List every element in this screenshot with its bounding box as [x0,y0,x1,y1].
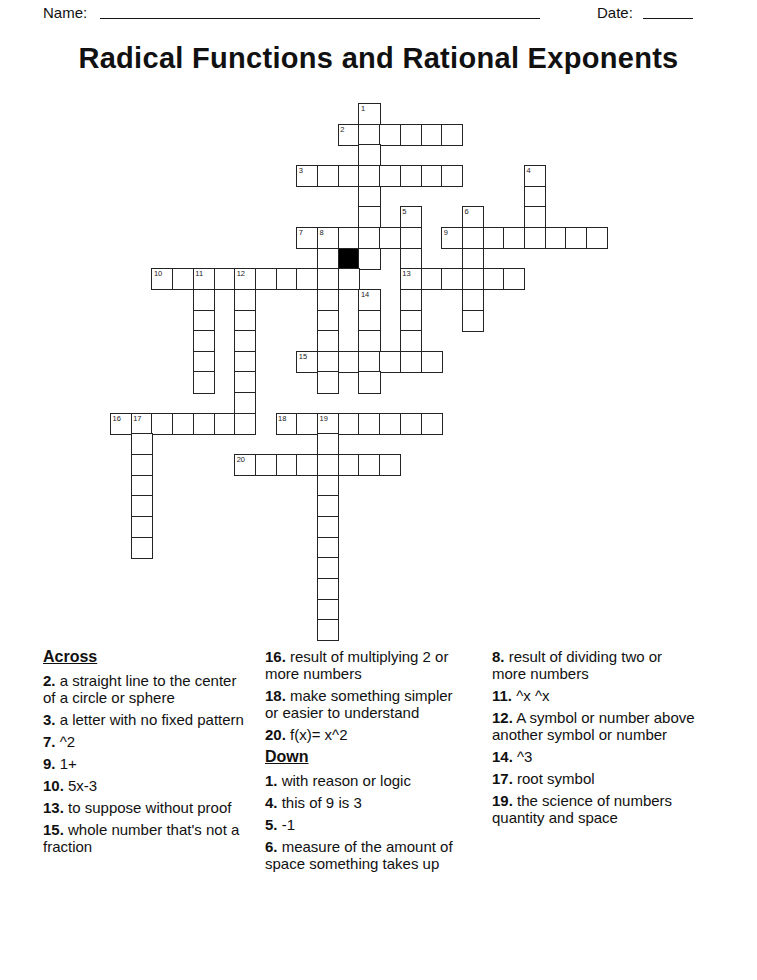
cell-number-5: 5 [402,208,406,216]
clue-header-across: Across [43,648,248,666]
grid-cell-c22-r6[interactable] [565,227,587,249]
grid-cell-c8-r17[interactable] [276,454,298,476]
grid-cell-c10-r24[interactable] [317,599,339,621]
clue-down-17: 17. root symbol [492,770,697,787]
grid-cell-c21-r6[interactable] [545,227,567,249]
clue-across-13: 13. to suppose without proof [43,799,248,816]
cell-number-16: 16 [113,415,121,423]
grid-cell-c1-r18[interactable] [131,475,153,497]
grid-cell-c2-r15[interactable] [151,413,173,435]
grid-cell-c20-r4[interactable] [524,186,546,208]
grid-cell-c12-r6[interactable] [358,227,380,249]
grid-cell-c10-r13[interactable] [317,371,339,393]
grid-cell-c12-r7[interactable] [358,248,380,270]
grid-cell-c20-r5[interactable] [524,206,546,228]
clue-down-4: 4. this of 9 is 3 [265,794,470,811]
grid-cell-c17-r8[interactable] [462,268,484,290]
grid-cell-c1-r16[interactable] [131,433,153,455]
grid-cell-c6-r10[interactable] [234,310,256,332]
grid-cell-c13-r12[interactable] [379,351,401,373]
cell-number-15: 15 [299,353,307,361]
clue-across-10: 10. 5x-3 [43,777,248,794]
grid-cell-c10-r21[interactable] [317,537,339,559]
grid-cell-c14-r3[interactable] [400,165,422,187]
grid-cell-c12-r10[interactable] [358,310,380,332]
crossword-grid[interactable]: 1234567891011121314151617181920 [110,103,609,645]
grid-cell-c10-r22[interactable] [317,557,339,579]
clue-down-8: 8. result of dividing two or more number… [492,648,697,682]
grid-cell-c18-r8[interactable] [483,268,505,290]
grid-cell-c15-r1[interactable] [421,124,443,146]
grid-cell-c16-r1[interactable] [441,124,463,146]
clue-across-20: 20. f(x)= x^2 [265,726,470,743]
grid-cell-c12-r1[interactable] [358,124,380,146]
grid-cell-c6-r11[interactable] [234,330,256,352]
grid-cell-c1-r21[interactable] [131,537,153,559]
cell-number-13: 13 [402,270,410,278]
cell-number-7: 7 [299,229,303,237]
grid-cell-c10-r20[interactable] [317,516,339,538]
clue-across-18: 18. make something simpler or easier to … [265,687,470,721]
grid-cell-c6-r12[interactable] [234,351,256,373]
grid-cell-c1-r20[interactable] [131,516,153,538]
worksheet-page: Name: Date: Radical Functions and Ration… [0,0,757,980]
grid-cell-c17-r7[interactable] [462,248,484,270]
grid-cell-c11-r6[interactable] [338,227,360,249]
date-label: Date: [597,4,633,21]
grid-cell-c4-r10[interactable] [193,310,215,332]
clue-across-15: 15. whole number that's not a fraction [43,821,248,855]
grid-cell-c10-r25[interactable] [317,619,339,641]
grid-cell-c6-r15[interactable] [234,413,256,435]
grid-cell-c10-r3[interactable] [317,165,339,187]
cell-number-19: 19 [320,415,328,423]
grid-cell-c15-r12[interactable] [421,351,443,373]
grid-cell-c16-r8[interactable] [441,268,463,290]
grid-cell-c23-r6[interactable] [586,227,608,249]
grid-cell-c12-r5[interactable] [358,206,380,228]
grid-cell-c19-r6[interactable] [503,227,525,249]
grid-cell-c13-r17[interactable] [379,454,401,476]
grid-cell-c12-r3[interactable] [358,165,380,187]
clue-across-16: 16. result of multiplying 2 or more numb… [265,648,470,682]
grid-cell-c20-r6[interactable] [524,227,546,249]
clue-across-7: 7. ^2 [43,733,248,750]
grid-cell-c16-r3[interactable] [441,165,463,187]
cell-number-11: 11 [195,270,203,278]
grid-cell-c13-r6[interactable] [379,227,401,249]
clue-down-1: 1. with reason or logic [265,772,470,789]
grid-cell-c6-r9[interactable] [234,289,256,311]
clue-down-6: 6. measure of the amount of space someth… [265,838,470,872]
clue-down-11: 11. ^x ^x [492,687,697,704]
clue-across-9: 9. 1+ [43,755,248,772]
grid-cell-c10-r10[interactable] [317,310,339,332]
clue-column-1: Across2. a straight line to the center o… [43,648,248,860]
grid-cell-c15-r15[interactable] [421,413,443,435]
clue-column-3: 8. result of dividing two or more number… [492,648,697,831]
worksheet-title: Radical Functions and Rational Exponents [0,42,757,75]
grid-cell-c12-r2[interactable] [358,144,380,166]
cell-number-4: 4 [527,167,531,175]
grid-cell-c7-r8[interactable] [255,268,277,290]
grid-cell-c3-r8[interactable] [172,268,194,290]
grid-cell-c10-r17[interactable] [317,454,339,476]
grid-cell-c11-r15[interactable] [338,413,360,435]
grid-cell-c13-r15[interactable] [379,413,401,435]
cell-number-8: 8 [320,229,324,237]
grid-cell-c10-r7[interactable] [317,248,339,270]
cell-number-14: 14 [361,291,369,299]
grid-cell-c11-r3[interactable] [338,165,360,187]
grid-cell-c11-r17[interactable] [338,454,360,476]
grid-cell-c14-r7[interactable] [400,248,422,270]
grid-cell-c17-r10[interactable] [462,310,484,332]
clue-column-2: 16. result of multiplying 2 or more numb… [265,648,470,877]
grid-cell-c4-r13[interactable] [193,371,215,393]
black-cell [338,248,360,270]
grid-cell-c6-r13[interactable] [234,371,256,393]
cell-number-2: 2 [340,126,344,134]
grid-cell-c17-r6[interactable] [462,227,484,249]
grid-cell-c10-r16[interactable] [317,433,339,455]
grid-cell-c12-r4[interactable] [358,186,380,208]
grid-cell-c14-r10[interactable] [400,310,422,332]
name-label: Name: [43,4,87,21]
grid-cell-c12-r13[interactable] [358,371,380,393]
grid-cell-c10-r12[interactable] [317,351,339,373]
grid-cell-c5-r15[interactable] [214,413,236,435]
clues-section: Across2. a straight line to the center o… [43,648,723,877]
grid-cell-c4-r9[interactable] [193,289,215,311]
grid-cell-c10-r9[interactable] [317,289,339,311]
grid-cell-c8-r8[interactable] [276,268,298,290]
grid-cell-c14-r12[interactable] [400,351,422,373]
grid-cell-c12-r11[interactable] [358,330,380,352]
grid-cell-c1-r17[interactable] [131,454,153,476]
grid-cell-c14-r1[interactable] [400,124,422,146]
grid-cell-c1-r19[interactable] [131,495,153,517]
name-line[interactable] [100,1,540,19]
grid-cell-c4-r12[interactable] [193,351,215,373]
grid-cell-c6-r14[interactable] [234,392,256,414]
clue-across-2: 2. a straight line to the center of a ci… [43,672,248,706]
grid-cell-c12-r15[interactable] [358,413,380,435]
clue-down-14: 14. ^3 [492,748,697,765]
grid-cell-c14-r15[interactable] [400,413,422,435]
cell-number-3: 3 [299,167,303,175]
cell-number-17: 17 [133,415,141,423]
grid-cell-c13-r1[interactable] [379,124,401,146]
grid-cell-c13-r3[interactable] [379,165,401,187]
grid-cell-c10-r8[interactable] [317,268,339,290]
grid-cell-c12-r17[interactable] [358,454,380,476]
grid-cell-c11-r8[interactable] [338,268,360,290]
grid-cell-c11-r12[interactable] [338,351,360,373]
cell-number-20: 20 [237,456,245,464]
grid-cell-c14-r9[interactable] [400,289,422,311]
grid-cell-c12-r12[interactable] [358,351,380,373]
grid-cell-c4-r11[interactable] [193,330,215,352]
grid-cell-c14-r11[interactable] [400,330,422,352]
grid-cell-c10-r11[interactable] [317,330,339,352]
date-line[interactable] [643,1,693,19]
grid-cell-c17-r9[interactable] [462,289,484,311]
cell-number-9: 9 [444,229,448,237]
cell-number-1: 1 [361,105,365,113]
grid-cell-c10-r23[interactable] [317,578,339,600]
grid-cell-c9-r17[interactable] [296,454,318,476]
grid-cell-c15-r8[interactable] [421,268,443,290]
clue-across-3: 3. a letter with no fixed pattern [43,711,248,728]
grid-cell-c7-r17[interactable] [255,454,277,476]
grid-cell-c9-r15[interactable] [296,413,318,435]
grid-cell-c3-r15[interactable] [172,413,194,435]
grid-cell-c18-r6[interactable] [483,227,505,249]
grid-cell-c5-r8[interactable] [214,268,236,290]
cell-number-6: 6 [464,208,468,216]
grid-cell-c4-r15[interactable] [193,413,215,435]
grid-cell-c10-r18[interactable] [317,475,339,497]
grid-cell-c19-r8[interactable] [503,268,525,290]
clue-down-19: 19. the science of numbers quantity and … [492,792,697,826]
clue-down-12: 12. A symbol or number above another sym… [492,709,697,743]
cell-number-18: 18 [278,415,286,423]
cell-number-10: 10 [154,270,162,278]
grid-cell-c14-r6[interactable] [400,227,422,249]
cell-number-12: 12 [237,270,245,278]
grid-cell-c10-r19[interactable] [317,495,339,517]
clue-header-down: Down [265,748,470,766]
clue-down-5: 5. -1 [265,816,470,833]
grid-cell-c15-r3[interactable] [421,165,443,187]
grid-cell-c9-r8[interactable] [296,268,318,290]
